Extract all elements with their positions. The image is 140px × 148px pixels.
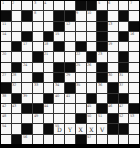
cell-r3c7[interactable]: 12 xyxy=(65,22,75,31)
cell-r9c8[interactable]: 35 xyxy=(76,83,86,92)
cell-r12c7[interactable] xyxy=(65,114,75,123)
cell-r7c4[interactable] xyxy=(33,63,43,72)
fill-letter: V xyxy=(97,126,107,133)
cell-r3c10 xyxy=(97,22,107,31)
cell-r11c4 xyxy=(33,104,43,113)
cell-r1c3[interactable] xyxy=(22,1,32,10)
cell-r13c6[interactable]: 55D xyxy=(54,124,64,133)
cell-r4c4[interactable] xyxy=(33,32,43,41)
clue-number: 34 xyxy=(55,83,59,87)
clue-number: 52 xyxy=(119,114,123,118)
clue-number: 18 xyxy=(44,42,48,46)
cell-r4c13[interactable]: 16 xyxy=(129,32,139,41)
cell-r11c11[interactable]: 46 xyxy=(108,104,118,113)
fill-letter: Y xyxy=(65,126,75,133)
cell-r3c12[interactable] xyxy=(119,22,129,31)
cell-r6c10[interactable]: 23 xyxy=(97,52,107,61)
cell-r3c8[interactable] xyxy=(76,22,86,31)
clue-number: 57 xyxy=(87,135,91,139)
cell-r3c5[interactable] xyxy=(44,22,54,31)
cell-r7c6 xyxy=(54,63,64,72)
clue-number: 26 xyxy=(87,63,91,67)
clue-number: 21 xyxy=(44,52,48,56)
clue-number: 30 xyxy=(108,73,112,77)
cell-r2c5[interactable] xyxy=(44,11,54,20)
cell-r10c1[interactable]: 38 xyxy=(1,94,11,103)
cell-r3c4[interactable] xyxy=(33,22,43,31)
cell-r14c7[interactable] xyxy=(65,135,75,144)
cell-r2c1 xyxy=(1,11,11,20)
clue-number: 43 xyxy=(12,104,16,108)
cell-r6c1[interactable]: 20 xyxy=(1,52,11,61)
cell-r5c2 xyxy=(12,42,22,51)
cell-r4c5 xyxy=(44,32,54,41)
cell-r4c7[interactable] xyxy=(65,32,75,41)
clue-number: 54 xyxy=(2,124,6,128)
cell-r9c7 xyxy=(65,83,75,92)
cell-r7c2 xyxy=(12,63,22,72)
clue-number: 17 xyxy=(23,42,27,46)
cell-r12c9[interactable]: 50 xyxy=(87,114,97,123)
cell-r1c12[interactable] xyxy=(119,1,129,10)
cell-r10c2 xyxy=(12,94,22,103)
cell-r5c4[interactable] xyxy=(33,42,43,51)
cell-r12c6[interactable] xyxy=(54,114,64,123)
clue-number: 27 xyxy=(2,73,6,77)
cell-r13c2[interactable] xyxy=(12,124,22,133)
cell-r12c1[interactable]: 48 xyxy=(1,114,11,123)
cell-r2c8[interactable]: 9 xyxy=(76,11,86,20)
cell-r2c4[interactable]: 8 xyxy=(33,11,43,20)
crossword-board: 1234567891011121314151617181920212223242… xyxy=(0,0,140,148)
clue-number: 7 xyxy=(130,1,132,5)
clue-number: 1 xyxy=(2,1,4,5)
cell-r2c3 xyxy=(22,11,32,20)
cell-r9c5[interactable] xyxy=(44,83,54,92)
cell-r8c11[interactable]: 30 xyxy=(108,73,118,82)
cell-r10c13[interactable] xyxy=(129,94,139,103)
clue-number: 28 xyxy=(12,73,16,77)
cell-r6c8[interactable]: 22 xyxy=(76,52,86,61)
cell-r4c12 xyxy=(119,32,129,41)
cell-r14c5[interactable] xyxy=(44,135,54,144)
clue-number: 32 xyxy=(12,83,16,87)
cell-r11c7[interactable] xyxy=(65,104,75,113)
cell-r8c4 xyxy=(33,73,43,82)
cell-r7c3[interactable]: 24 xyxy=(22,63,32,72)
cell-r7c10 xyxy=(97,63,107,72)
cell-r2c13[interactable] xyxy=(129,11,139,20)
cell-r12c10[interactable]: 51 xyxy=(97,114,107,123)
cell-r14c8 xyxy=(76,135,86,144)
cell-r13c10[interactable]: V xyxy=(97,124,107,133)
cell-r6c6[interactable] xyxy=(54,52,64,61)
cell-r13c11 xyxy=(108,124,118,133)
clue-number: 10 xyxy=(87,11,91,15)
cell-r8c7[interactable]: 29 xyxy=(65,73,75,82)
clue-number: 4 xyxy=(44,1,46,5)
cell-r13c8[interactable]: X xyxy=(76,124,86,133)
clue-number: 14 xyxy=(2,32,6,36)
clue-number: 12 xyxy=(66,22,70,26)
cell-r13c1[interactable]: 54 xyxy=(1,124,11,133)
clue-number: 36 xyxy=(98,83,102,87)
clue-number: 19 xyxy=(108,42,112,46)
cell-r13c9[interactable]: X xyxy=(87,124,97,133)
clue-number: 47 xyxy=(119,104,123,108)
cell-r6c2[interactable] xyxy=(12,52,22,61)
cell-r13c12 xyxy=(119,124,129,133)
clue-number: 41 xyxy=(66,94,70,98)
cell-r11c3 xyxy=(22,104,32,113)
cell-r6c5[interactable]: 21 xyxy=(44,52,54,61)
cell-r5c5[interactable]: 18 xyxy=(44,42,54,51)
cell-r13c5 xyxy=(44,124,54,133)
cell-r3c13 xyxy=(129,22,139,31)
clue-number: 25 xyxy=(76,63,80,67)
cell-r8c9[interactable] xyxy=(87,73,97,82)
cell-r12c12[interactable]: 52 xyxy=(119,114,129,123)
cell-r8c10 xyxy=(97,73,107,82)
clue-number: 23 xyxy=(98,52,102,56)
fill-letter: D xyxy=(54,126,64,133)
cell-r7c13[interactable] xyxy=(129,63,139,72)
clue-number: 33 xyxy=(34,83,38,87)
cell-r14c4[interactable] xyxy=(33,135,43,144)
cell-r14c10[interactable] xyxy=(97,135,107,144)
clue-number: 51 xyxy=(98,114,102,118)
cell-r5c13[interactable] xyxy=(129,42,139,51)
cell-r5c8 xyxy=(76,42,86,51)
cell-r2c2[interactable] xyxy=(12,11,22,20)
cell-r7c8[interactable]: 25 xyxy=(76,63,86,72)
cell-r13c7[interactable]: Y xyxy=(65,124,75,133)
cell-r1c11[interactable]: 6 xyxy=(108,1,118,10)
cell-r11c12[interactable]: 47 xyxy=(119,104,129,113)
cell-r2c12 xyxy=(119,11,129,20)
cell-r7c1[interactable] xyxy=(1,63,11,72)
clue-number: 39 xyxy=(23,94,27,98)
cell-r4c11[interactable] xyxy=(108,32,118,41)
fill-letter: X xyxy=(76,126,86,133)
cell-r2c9[interactable]: 10 xyxy=(87,11,97,20)
clue-number: 53 xyxy=(130,114,134,118)
cell-r8c12[interactable]: 31 xyxy=(119,73,129,82)
cell-r3c11[interactable]: 13 xyxy=(108,22,118,31)
cell-r8c6 xyxy=(54,73,64,82)
cell-r3c3[interactable] xyxy=(22,22,32,31)
cell-r1c9 xyxy=(87,1,97,10)
cell-r6c9 xyxy=(87,52,97,61)
cell-r12c2[interactable] xyxy=(12,114,22,123)
cell-r9c1 xyxy=(1,83,11,92)
cell-r10c3[interactable]: 39 xyxy=(22,94,32,103)
cell-r5c1[interactable] xyxy=(1,42,11,51)
clue-number: 38 xyxy=(2,94,6,98)
cell-r14c9[interactable]: 57 xyxy=(87,135,97,144)
cell-r12c4[interactable]: 49 xyxy=(33,114,43,123)
cell-r4c10 xyxy=(97,32,107,41)
clue-number: 16 xyxy=(130,32,134,36)
cell-r10c10[interactable] xyxy=(97,94,107,103)
cell-r1c6[interactable] xyxy=(54,1,64,10)
cell-r10c9 xyxy=(87,94,97,103)
cell-r13c3 xyxy=(22,124,32,133)
cell-r9c3[interactable] xyxy=(22,83,32,92)
clue-number: 50 xyxy=(87,114,91,118)
cell-r4c2[interactable] xyxy=(12,32,22,41)
cell-r11c9[interactable]: 45 xyxy=(87,104,97,113)
cell-r6c7[interactable] xyxy=(65,52,75,61)
cell-r12c11 xyxy=(108,114,118,123)
cell-r11c1[interactable]: 42 xyxy=(1,104,11,113)
cell-r12c5[interactable] xyxy=(44,114,54,123)
cell-r7c7 xyxy=(65,63,75,72)
cell-r8c13[interactable] xyxy=(129,73,139,82)
cell-r4c3 xyxy=(22,32,32,41)
cell-r14c6[interactable] xyxy=(54,135,64,144)
cell-r4c8[interactable] xyxy=(76,32,86,41)
cell-r8c8[interactable] xyxy=(76,73,86,82)
clue-number: 45 xyxy=(87,104,91,108)
cell-r11c5[interactable]: 44 xyxy=(44,104,54,113)
cell-r14c3[interactable]: 56 xyxy=(22,135,32,144)
cell-r14c11[interactable] xyxy=(108,135,118,144)
cell-r6c3[interactable] xyxy=(22,52,32,61)
cell-r2c7 xyxy=(65,11,75,20)
cell-r14c13[interactable] xyxy=(129,135,139,144)
cell-r2c10 xyxy=(97,11,107,20)
cell-r11c8[interactable] xyxy=(76,104,86,113)
clue-number: 13 xyxy=(108,22,112,26)
cell-r8c1[interactable]: 27 xyxy=(1,73,11,82)
clue-number: 15 xyxy=(55,32,59,36)
cell-r2c11[interactable] xyxy=(108,11,118,20)
cell-r9c9[interactable] xyxy=(87,83,97,92)
clue-number: 6 xyxy=(108,1,110,5)
clue-number: 56 xyxy=(23,135,27,139)
crossword-grid: 1234567891011121314151617181920212223242… xyxy=(1,1,139,144)
cell-r6c4 xyxy=(33,52,43,61)
cell-r5c10 xyxy=(97,42,107,51)
cell-r11c6[interactable] xyxy=(54,104,64,113)
cell-r5c3[interactable]: 17 xyxy=(22,42,32,51)
cell-r9c4[interactable]: 33 xyxy=(33,83,43,92)
cell-r5c12[interactable] xyxy=(119,42,129,51)
cell-r10c12 xyxy=(119,94,129,103)
cell-r5c6 xyxy=(54,42,64,51)
cell-r5c7[interactable] xyxy=(65,42,75,51)
cell-r6c12 xyxy=(119,52,129,61)
cell-r9c2[interactable]: 32 xyxy=(12,83,22,92)
cell-r1c7[interactable] xyxy=(65,1,75,10)
clue-number: 3 xyxy=(34,1,36,5)
cell-r2c6 xyxy=(54,11,64,20)
cell-r11c2[interactable]: 43 xyxy=(12,104,22,113)
clue-number: 42 xyxy=(2,104,6,108)
clue-number: 40 xyxy=(55,94,59,98)
clue-number: 20 xyxy=(2,52,6,56)
cell-r8c2[interactable]: 28 xyxy=(12,73,22,82)
cell-r11c10 xyxy=(97,104,107,113)
cell-r1c8 xyxy=(76,1,86,10)
cell-r8c5[interactable] xyxy=(44,73,54,82)
clue-number: 44 xyxy=(44,104,48,108)
cell-r5c9[interactable] xyxy=(87,42,97,51)
clue-number: 24 xyxy=(23,63,27,67)
cell-r9c10[interactable]: 36 xyxy=(97,83,107,92)
cell-r13c4[interactable] xyxy=(33,124,43,133)
clue-number: 2 xyxy=(12,1,14,5)
clue-number: 9 xyxy=(76,11,78,15)
cell-r7c9[interactable]: 26 xyxy=(87,63,97,72)
cell-r7c12 xyxy=(119,63,129,72)
cell-r1c10[interactable]: 5 xyxy=(97,1,107,10)
fill-letter: X xyxy=(87,126,97,133)
clue-number: 22 xyxy=(76,52,80,56)
cell-r7c5[interactable] xyxy=(44,63,54,72)
cell-r10c11 xyxy=(108,94,118,103)
clue-number: 37 xyxy=(119,83,123,87)
cell-r10c6[interactable]: 40 xyxy=(54,94,64,103)
cell-r10c4[interactable] xyxy=(33,94,43,103)
cell-r5c11[interactable]: 19 xyxy=(108,42,118,51)
cell-r7c11[interactable] xyxy=(108,63,118,72)
clue-number: 11 xyxy=(2,22,6,26)
cell-r14c1[interactable] xyxy=(1,135,11,144)
cell-r3c9[interactable] xyxy=(87,22,97,31)
cell-r10c7[interactable]: 41 xyxy=(65,94,75,103)
cell-r10c5 xyxy=(44,94,54,103)
cell-r12c3[interactable] xyxy=(22,114,32,123)
cell-r4c6[interactable]: 15 xyxy=(54,32,64,41)
cell-r13c13[interactable] xyxy=(129,124,139,133)
cell-r8c3[interactable] xyxy=(22,73,32,82)
cell-r1c13[interactable]: 7 xyxy=(129,1,139,10)
clue-number: 5 xyxy=(98,1,100,5)
cell-r3c2[interactable] xyxy=(12,22,22,31)
cell-r9c11 xyxy=(108,83,118,92)
cell-r3c1[interactable]: 11 xyxy=(1,22,11,31)
cell-r3c6 xyxy=(54,22,64,31)
clue-number: 46 xyxy=(108,104,112,108)
cell-r1c4[interactable]: 3 xyxy=(33,1,43,10)
cell-r12c13[interactable]: 53 xyxy=(129,114,139,123)
cell-r14c12[interactable] xyxy=(119,135,129,144)
cell-r9c6[interactable]: 34 xyxy=(54,83,64,92)
cell-r14c2 xyxy=(12,135,22,144)
cell-r6c11[interactable] xyxy=(108,52,118,61)
cell-r9c13[interactable] xyxy=(129,83,139,92)
clue-number: 31 xyxy=(119,73,123,77)
cell-r12c8 xyxy=(76,114,86,123)
clue-number: 8 xyxy=(34,11,36,15)
cell-r11c13 xyxy=(129,104,139,113)
clue-number: 35 xyxy=(76,83,80,87)
cell-r10c8[interactable] xyxy=(76,94,86,103)
cell-r4c9[interactable] xyxy=(87,32,97,41)
cell-r6c13[interactable] xyxy=(129,52,139,61)
clue-number: 29 xyxy=(66,73,70,77)
clue-number: 49 xyxy=(34,114,38,118)
cell-r1c2[interactable]: 2 xyxy=(12,1,22,10)
cell-r1c5[interactable]: 4 xyxy=(44,1,54,10)
clue-number: 48 xyxy=(2,114,6,118)
cell-r9c12[interactable]: 37 xyxy=(119,83,129,92)
cell-r1c1[interactable]: 1 xyxy=(1,1,11,10)
cell-r4c1[interactable]: 14 xyxy=(1,32,11,41)
